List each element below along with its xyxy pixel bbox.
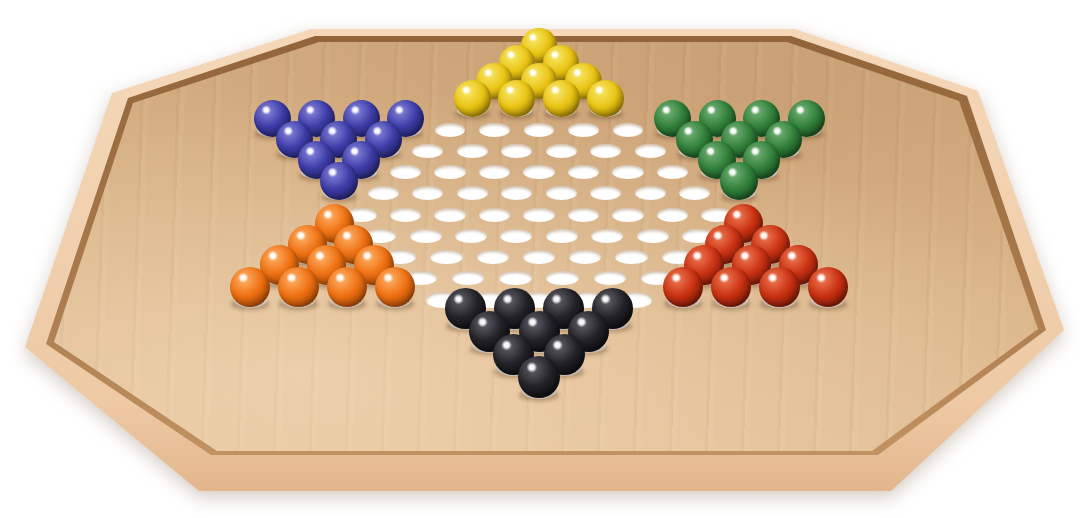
hole[interactable] [390, 165, 421, 179]
marble-red[interactable] [808, 267, 848, 307]
hole[interactable] [452, 271, 485, 286]
hole[interactable] [613, 123, 644, 137]
hole[interactable] [412, 144, 443, 158]
hole[interactable] [657, 165, 688, 179]
hole[interactable] [435, 123, 466, 137]
hole[interactable] [569, 250, 601, 265]
hole[interactable] [590, 144, 621, 158]
hole[interactable] [410, 229, 442, 244]
hole[interactable] [479, 123, 510, 137]
hole[interactable] [546, 186, 577, 200]
hole[interactable] [501, 186, 532, 200]
hole[interactable] [615, 250, 647, 265]
hole[interactable] [568, 123, 599, 137]
hole[interactable] [390, 208, 422, 223]
marble-yellow[interactable] [454, 80, 491, 117]
hole[interactable] [568, 165, 599, 179]
hole[interactable] [637, 229, 669, 244]
hole[interactable] [523, 208, 555, 223]
hole[interactable] [501, 144, 532, 158]
hole[interactable] [523, 165, 554, 179]
hole[interactable] [457, 144, 488, 158]
hole[interactable] [500, 229, 532, 244]
hole[interactable] [499, 271, 532, 286]
marble-green[interactable] [720, 162, 758, 200]
marble-yellow[interactable] [587, 80, 624, 117]
hole[interactable] [546, 271, 579, 286]
hole[interactable] [430, 250, 462, 265]
hole[interactable] [412, 186, 443, 200]
hole[interactable] [635, 144, 666, 158]
marble-yellow[interactable] [543, 80, 580, 117]
marble-black[interactable] [518, 356, 560, 398]
marble-blue[interactable] [320, 162, 358, 200]
hole[interactable] [477, 250, 509, 265]
marble-orange[interactable] [278, 267, 318, 307]
hole[interactable] [568, 208, 600, 223]
hole[interactable] [679, 186, 710, 200]
hole[interactable] [524, 123, 555, 137]
marble-red[interactable] [759, 267, 799, 307]
hole[interactable] [479, 165, 510, 179]
hole[interactable] [546, 229, 578, 244]
hole[interactable] [635, 186, 666, 200]
marble-orange[interactable] [375, 267, 415, 307]
hole[interactable] [523, 250, 555, 265]
hole[interactable] [434, 165, 465, 179]
hole[interactable] [546, 144, 577, 158]
hole[interactable] [457, 186, 488, 200]
hole[interactable] [434, 208, 466, 223]
hole[interactable] [657, 208, 689, 223]
hole[interactable] [368, 186, 399, 200]
hole[interactable] [591, 229, 623, 244]
star-grid [0, 0, 1080, 518]
hole[interactable] [612, 165, 643, 179]
hole[interactable] [590, 186, 621, 200]
hole[interactable] [612, 208, 644, 223]
chinese-checkers-board [0, 0, 1080, 518]
hole[interactable] [455, 229, 487, 244]
hole[interactable] [479, 208, 511, 223]
hole[interactable] [594, 271, 627, 286]
marble-orange[interactable] [327, 267, 367, 307]
marble-yellow[interactable] [498, 80, 535, 117]
